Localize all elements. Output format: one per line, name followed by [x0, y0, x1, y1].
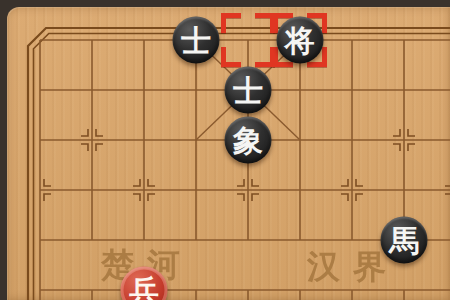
point-marker: [393, 129, 400, 136]
piece-black-advisor-1[interactable]: 士: [173, 17, 220, 64]
point-marker: [445, 179, 450, 186]
point-marker: [237, 194, 244, 201]
point-marker: [252, 179, 259, 186]
point-marker: [408, 129, 415, 136]
point-marker: [341, 179, 348, 186]
point-marker: [148, 194, 155, 201]
point-marker: [133, 194, 140, 201]
point-marker: [356, 179, 363, 186]
marker-corner-tl: [221, 13, 241, 33]
piece-black-general[interactable]: 将: [277, 17, 324, 64]
piece-black-elephant[interactable]: 象: [225, 117, 272, 164]
last-move-marker: [221, 13, 275, 67]
point-marker: [393, 144, 400, 151]
piece-black-advisor-2[interactable]: 士: [225, 67, 272, 114]
point-marker: [445, 194, 450, 201]
point-marker: [133, 179, 140, 186]
point-marker: [237, 179, 244, 186]
point-marker: [96, 129, 103, 136]
point-marker: [148, 179, 155, 186]
marker-corner-bl: [221, 47, 241, 67]
point-marker: [341, 194, 348, 201]
point-marker: [356, 194, 363, 201]
xiangqi-screen: 楚河 汉界 士将士象馬兵: [0, 0, 450, 300]
marker-corner-tr: [255, 13, 275, 33]
point-marker: [81, 129, 88, 136]
piece-black-horse[interactable]: 馬: [381, 217, 428, 264]
point-marker: [81, 144, 88, 151]
point-marker: [96, 144, 103, 151]
point-marker: [44, 179, 51, 186]
point-marker: [408, 144, 415, 151]
point-marker: [252, 194, 259, 201]
point-marker: [44, 194, 51, 201]
marker-corner-br: [255, 47, 275, 67]
